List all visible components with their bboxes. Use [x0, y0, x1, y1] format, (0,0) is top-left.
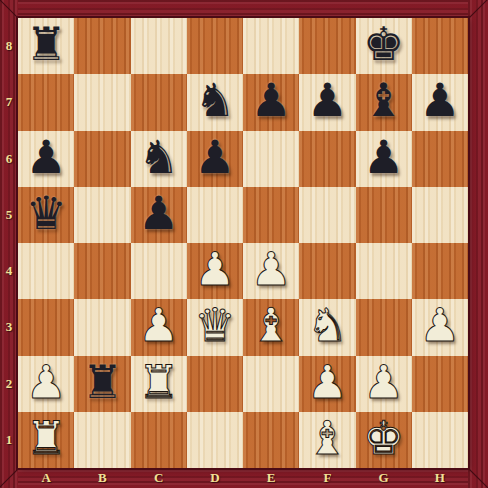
piece-black-pawn[interactable]: ♟	[307, 77, 348, 123]
file-label-h: H	[412, 468, 468, 488]
square-c2[interactable]: ♜	[131, 356, 187, 412]
piece-black-knight[interactable]: ♞	[138, 134, 179, 180]
square-g5[interactable]	[356, 187, 412, 243]
square-e2[interactable]	[243, 356, 299, 412]
square-a8[interactable]: ♜	[18, 18, 74, 74]
square-a1[interactable]: ♜	[18, 412, 74, 468]
square-h1[interactable]	[412, 412, 468, 468]
piece-white-pawn[interactable]: ♟	[251, 246, 292, 292]
square-b3[interactable]	[74, 299, 130, 355]
square-c3[interactable]: ♟	[131, 299, 187, 355]
square-a3[interactable]	[18, 299, 74, 355]
square-c1[interactable]	[131, 412, 187, 468]
square-f4[interactable]	[299, 243, 355, 299]
square-a5[interactable]: ♛	[18, 187, 74, 243]
square-g3[interactable]	[356, 299, 412, 355]
piece-black-pawn[interactable]: ♟	[138, 190, 179, 236]
square-h7[interactable]: ♟	[412, 74, 468, 130]
square-b7[interactable]	[74, 74, 130, 130]
file-label-d: D	[187, 468, 243, 488]
rank-label-2: 2	[0, 356, 18, 412]
piece-white-knight[interactable]: ♞	[307, 302, 348, 348]
square-f7[interactable]: ♟	[299, 74, 355, 130]
square-g6[interactable]: ♟	[356, 131, 412, 187]
piece-white-pawn[interactable]: ♟	[138, 302, 179, 348]
square-c6[interactable]: ♞	[131, 131, 187, 187]
frame-right	[468, 0, 488, 488]
square-d5[interactable]	[187, 187, 243, 243]
piece-white-pawn[interactable]: ♟	[194, 246, 235, 292]
piece-white-pawn[interactable]: ♟	[363, 359, 404, 405]
piece-black-pawn[interactable]: ♟	[26, 134, 67, 180]
square-e5[interactable]	[243, 187, 299, 243]
square-g7[interactable]: ♝	[356, 74, 412, 130]
square-b5[interactable]	[74, 187, 130, 243]
file-label-a: A	[18, 468, 74, 488]
file-labels: ABCDEFGH	[18, 468, 468, 488]
piece-black-queen[interactable]: ♛	[26, 190, 67, 236]
square-a6[interactable]: ♟	[18, 131, 74, 187]
file-label-g: G	[356, 468, 412, 488]
square-f5[interactable]	[299, 187, 355, 243]
square-g4[interactable]	[356, 243, 412, 299]
square-e4[interactable]: ♟	[243, 243, 299, 299]
square-d2[interactable]	[187, 356, 243, 412]
square-e6[interactable]	[243, 131, 299, 187]
square-c7[interactable]	[131, 74, 187, 130]
piece-black-knight[interactable]: ♞	[194, 77, 235, 123]
square-e1[interactable]	[243, 412, 299, 468]
square-b4[interactable]	[74, 243, 130, 299]
square-a7[interactable]	[18, 74, 74, 130]
square-a2[interactable]: ♟	[18, 356, 74, 412]
piece-white-rook[interactable]: ♜	[138, 359, 179, 405]
square-h3[interactable]: ♟	[412, 299, 468, 355]
square-d7[interactable]: ♞	[187, 74, 243, 130]
square-h6[interactable]	[412, 131, 468, 187]
rank-label-1: 1	[0, 412, 18, 468]
square-g1[interactable]: ♚	[356, 412, 412, 468]
piece-black-rook[interactable]: ♜	[82, 359, 123, 405]
piece-white-bishop[interactable]: ♝	[251, 302, 292, 348]
rank-label-6: 6	[0, 131, 18, 187]
square-h2[interactable]	[412, 356, 468, 412]
square-e7[interactable]: ♟	[243, 74, 299, 130]
frame-corner-bottom-left	[0, 468, 18, 488]
piece-white-pawn[interactable]: ♟	[307, 359, 348, 405]
square-d4[interactable]: ♟	[187, 243, 243, 299]
rank-label-7: 7	[0, 74, 18, 130]
square-h4[interactable]	[412, 243, 468, 299]
piece-black-pawn[interactable]: ♟	[251, 77, 292, 123]
file-label-c: C	[131, 468, 187, 488]
chess-board-frame: ♜♚♞♟♟♝♟♟♞♟♟♛♟♟♟♟♛♝♞♟♟♜♜♟♟♜♝♚ 87654321 AB…	[0, 0, 488, 488]
piece-black-bishop[interactable]: ♝	[363, 77, 404, 123]
piece-black-pawn[interactable]: ♟	[363, 134, 404, 180]
square-c4[interactable]	[131, 243, 187, 299]
square-c5[interactable]: ♟	[131, 187, 187, 243]
square-a4[interactable]	[18, 243, 74, 299]
file-label-e: E	[243, 468, 299, 488]
square-d1[interactable]	[187, 412, 243, 468]
piece-white-pawn[interactable]: ♟	[419, 302, 460, 348]
square-f8[interactable]	[299, 18, 355, 74]
piece-white-bishop[interactable]: ♝	[307, 415, 348, 461]
square-h8[interactable]	[412, 18, 468, 74]
square-d3[interactable]: ♛	[187, 299, 243, 355]
frame-top	[0, 0, 488, 18]
square-g8[interactable]: ♚	[356, 18, 412, 74]
file-label-b: B	[74, 468, 130, 488]
piece-black-king[interactable]: ♚	[363, 21, 404, 67]
square-f2[interactable]: ♟	[299, 356, 355, 412]
square-f6[interactable]	[299, 131, 355, 187]
piece-black-pawn[interactable]: ♟	[419, 77, 460, 123]
rank-label-5: 5	[0, 187, 18, 243]
file-label-f: F	[299, 468, 355, 488]
piece-white-rook[interactable]: ♜	[26, 415, 67, 461]
rank-label-8: 8	[0, 18, 18, 74]
square-e3[interactable]: ♝	[243, 299, 299, 355]
square-f3[interactable]: ♞	[299, 299, 355, 355]
frame-corner-top-left	[0, 0, 18, 18]
piece-black-pawn[interactable]: ♟	[194, 134, 235, 180]
frame-corner-top-right	[468, 0, 488, 18]
square-d6[interactable]: ♟	[187, 131, 243, 187]
frame-corner-bottom-right	[468, 468, 488, 488]
square-h5[interactable]	[412, 187, 468, 243]
square-b8[interactable]	[74, 18, 130, 74]
chess-board: ♜♚♞♟♟♝♟♟♞♟♟♛♟♟♟♟♛♝♞♟♟♜♜♟♟♜♝♚	[18, 18, 468, 468]
piece-black-rook[interactable]: ♜	[26, 21, 67, 67]
rank-labels: 87654321	[0, 18, 18, 468]
square-b6[interactable]	[74, 131, 130, 187]
rank-label-3: 3	[0, 299, 18, 355]
piece-white-queen[interactable]: ♛	[194, 302, 235, 348]
square-b2[interactable]: ♜	[74, 356, 130, 412]
square-e8[interactable]	[243, 18, 299, 74]
square-c8[interactable]	[131, 18, 187, 74]
square-f1[interactable]: ♝	[299, 412, 355, 468]
piece-white-pawn[interactable]: ♟	[26, 359, 67, 405]
rank-label-4: 4	[0, 243, 18, 299]
piece-white-king[interactable]: ♚	[363, 415, 404, 461]
square-d8[interactable]	[187, 18, 243, 74]
square-b1[interactable]	[74, 412, 130, 468]
square-g2[interactable]: ♟	[356, 356, 412, 412]
